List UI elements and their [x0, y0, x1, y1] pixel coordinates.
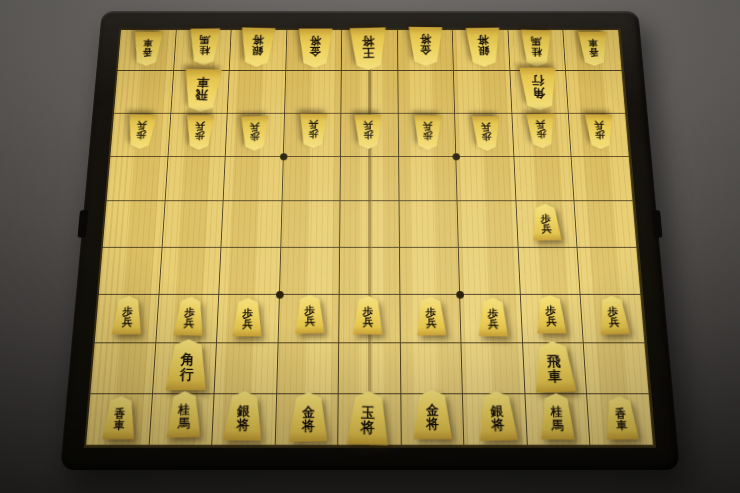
piece-9c-gote-pawn[interactable]: 歩兵 — [124, 114, 158, 149]
koma-face: 角行 — [163, 339, 210, 390]
piece-2e-sente-pawn[interactable]: 歩兵 — [529, 203, 563, 240]
piece-4g-sente-pawn[interactable]: 歩兵 — [414, 297, 448, 336]
piece-7i-sente-silver[interactable]: 銀将 — [221, 391, 266, 441]
koma-face: 桂馬 — [165, 391, 204, 438]
koma-kanji: 銀将 — [237, 404, 251, 431]
koma-kanji: 歩兵 — [308, 119, 319, 138]
koma-kanji: 角行 — [531, 75, 545, 99]
koma-face: 金将 — [407, 27, 445, 67]
piece-9i-sente-lance[interactable]: 香車 — [100, 396, 139, 439]
koma-kanji: 歩兵 — [184, 307, 196, 329]
koma-kanji: 歩兵 — [242, 308, 253, 330]
piece-2b-gote-bishop[interactable]: 角行 — [517, 68, 560, 111]
koma-face: 歩兵 — [172, 296, 208, 336]
koma-kanji: 香車 — [588, 38, 599, 56]
koma-face: 歩兵 — [239, 116, 270, 151]
piece-1c-gote-pawn[interactable]: 歩兵 — [584, 114, 617, 149]
koma-face: 桂馬 — [519, 29, 553, 66]
piece-5g-sente-pawn[interactable]: 歩兵 — [351, 296, 384, 335]
koma-kanji: 玉将 — [361, 405, 376, 435]
piece-2a-gote-knight[interactable]: 桂馬 — [519, 29, 553, 66]
koma-face: 歩兵 — [596, 295, 632, 335]
koma-kanji: 銀将 — [251, 35, 264, 57]
piece-9a-gote-lance[interactable]: 香車 — [130, 32, 165, 67]
koma-face: 歩兵 — [524, 113, 557, 148]
pieces-layer: 香車桂馬銀将金将王将金将銀将桂馬香車飛車角行歩兵歩兵歩兵歩兵歩兵歩兵歩兵歩兵歩兵… — [86, 30, 654, 446]
koma-kanji: 飛車 — [546, 354, 562, 383]
piece-8c-gote-pawn[interactable]: 歩兵 — [184, 115, 217, 149]
koma-kanji: 歩兵 — [535, 119, 547, 139]
shogi-board: 香車桂馬銀将金将王将金将銀将桂馬香車飛車角行歩兵歩兵歩兵歩兵歩兵歩兵歩兵歩兵歩兵… — [84, 29, 656, 448]
koma-kanji: 歩兵 — [305, 305, 316, 327]
piece-3a-gote-silver[interactable]: 銀将 — [463, 28, 503, 68]
piece-4c-gote-pawn[interactable]: 歩兵 — [412, 115, 443, 150]
piece-6a-gote-gold[interactable]: 金将 — [296, 29, 334, 68]
koma-face: 歩兵 — [184, 115, 217, 149]
koma-face: 銀将 — [221, 391, 266, 441]
piece-7g-sente-pawn[interactable]: 歩兵 — [231, 298, 265, 337]
piece-4i-sente-gold[interactable]: 金将 — [411, 390, 454, 439]
koma-kanji: 歩兵 — [363, 306, 374, 328]
koma-kanji: 香車 — [142, 38, 153, 56]
piece-6g-sente-pawn[interactable]: 歩兵 — [294, 295, 327, 335]
koma-kanji: 王将 — [362, 36, 375, 60]
koma-kanji: 歩兵 — [607, 306, 620, 328]
koma-kanji: 角行 — [179, 352, 194, 380]
koma-face: 歩兵 — [231, 298, 265, 337]
piece-9g-sente-pawn[interactable]: 歩兵 — [110, 296, 145, 335]
koma-kanji: 桂馬 — [178, 404, 191, 429]
koma-kanji: 歩兵 — [488, 308, 499, 330]
koma-face: 銀将 — [463, 28, 503, 68]
koma-kanji: 香車 — [615, 408, 628, 431]
koma-kanji: 飛車 — [195, 77, 209, 101]
koma-face: 桂馬 — [187, 28, 222, 65]
koma-face: 歩兵 — [353, 114, 384, 149]
koma-kanji: 歩兵 — [135, 120, 147, 140]
koma-face: 歩兵 — [124, 114, 158, 149]
piece-1g-sente-pawn[interactable]: 歩兵 — [596, 295, 632, 335]
piece-5i-sente-king[interactable]: 玉将 — [344, 390, 391, 445]
piece-7a-gote-silver[interactable]: 銀将 — [238, 27, 278, 67]
koma-face: 歩兵 — [294, 295, 327, 335]
koma-face: 金将 — [287, 392, 330, 442]
koma-kanji: 金将 — [426, 403, 439, 430]
koma-face: 銀将 — [238, 27, 278, 67]
piece-3i-sente-silver[interactable]: 銀将 — [474, 390, 519, 441]
board-frame: 香車桂馬銀将金将王将金将銀将桂馬香車飛車角行歩兵歩兵歩兵歩兵歩兵歩兵歩兵歩兵歩兵… — [60, 11, 680, 470]
koma-kanji: 桂馬 — [199, 35, 210, 55]
piece-2i-sente-knight[interactable]: 桂馬 — [537, 393, 576, 440]
piece-1i-sente-lance[interactable]: 香車 — [602, 396, 641, 440]
koma-kanji: 歩兵 — [545, 305, 557, 327]
koma-face: 歩兵 — [470, 116, 502, 150]
koma-face: 金将 — [411, 390, 454, 439]
koma-kanji: 香車 — [113, 408, 126, 431]
koma-kanji: 歩兵 — [250, 122, 260, 142]
koma-kanji: 歩兵 — [422, 121, 432, 141]
piece-3c-gote-pawn[interactable]: 歩兵 — [470, 116, 502, 150]
koma-kanji: 桂馬 — [531, 36, 542, 56]
koma-face: 飛車 — [180, 69, 224, 113]
koma-face: 香車 — [602, 396, 641, 440]
piece-8g-sente-pawn[interactable]: 歩兵 — [172, 296, 208, 336]
piece-6c-gote-pawn[interactable]: 歩兵 — [298, 113, 330, 148]
piece-2h-sente-rook[interactable]: 飛車 — [530, 341, 579, 393]
piece-8i-sente-knight[interactable]: 桂馬 — [165, 391, 204, 438]
piece-7c-gote-pawn[interactable]: 歩兵 — [239, 116, 270, 151]
koma-kanji: 歩兵 — [121, 306, 133, 328]
piece-5c-gote-pawn[interactable]: 歩兵 — [353, 114, 384, 149]
koma-face: 香車 — [100, 396, 139, 439]
koma-face: 歩兵 — [534, 295, 569, 334]
koma-kanji: 歩兵 — [594, 120, 605, 139]
koma-kanji: 歩兵 — [481, 122, 492, 141]
koma-face: 歩兵 — [414, 297, 448, 336]
koma-kanji: 歩兵 — [425, 307, 436, 329]
koma-kanji: 金将 — [420, 34, 431, 56]
koma-kanji: 金将 — [302, 405, 315, 432]
koma-face: 歩兵 — [298, 113, 330, 148]
koma-face: 香車 — [130, 32, 165, 67]
koma-kanji: 桂馬 — [550, 406, 563, 431]
koma-face: 金将 — [296, 29, 334, 68]
koma-face: 玉将 — [344, 390, 391, 445]
koma-face: 桂馬 — [537, 393, 576, 440]
koma-kanji: 金将 — [309, 36, 321, 58]
fold-hinge-left — [77, 210, 88, 237]
piece-1a-gote-lance[interactable]: 香車 — [577, 32, 611, 66]
koma-face: 歩兵 — [529, 203, 563, 240]
piece-3g-sente-pawn[interactable]: 歩兵 — [477, 297, 510, 337]
koma-face: 角行 — [517, 68, 560, 111]
piece-6i-sente-gold[interactable]: 金将 — [287, 392, 330, 442]
koma-face: 歩兵 — [351, 296, 384, 335]
koma-kanji: 歩兵 — [363, 120, 373, 139]
piece-8b-gote-rook[interactable]: 飛車 — [180, 69, 224, 113]
koma-face: 歩兵 — [412, 115, 443, 150]
koma-face: 香車 — [577, 32, 611, 66]
photo-background: 香車桂馬銀将金将王将金将銀将桂馬香車飛車角行歩兵歩兵歩兵歩兵歩兵歩兵歩兵歩兵歩兵… — [0, 0, 740, 493]
koma-kanji: 歩兵 — [195, 121, 206, 140]
koma-face: 歩兵 — [110, 296, 145, 335]
piece-4a-gote-gold[interactable]: 金将 — [407, 27, 445, 67]
koma-face: 飛車 — [530, 341, 579, 393]
fold-hinge-right — [652, 210, 663, 237]
koma-kanji: 銀将 — [490, 404, 505, 432]
koma-kanji: 歩兵 — [540, 213, 552, 234]
piece-2g-sente-pawn[interactable]: 歩兵 — [534, 295, 569, 334]
piece-2c-gote-pawn[interactable]: 歩兵 — [524, 113, 557, 148]
koma-face: 歩兵 — [477, 297, 510, 337]
koma-kanji: 銀将 — [477, 35, 490, 57]
piece-8h-sente-bishop[interactable]: 角行 — [163, 339, 210, 390]
piece-8a-gote-knight[interactable]: 桂馬 — [187, 28, 222, 65]
piece-5a-gote-king[interactable]: 王将 — [348, 27, 390, 70]
koma-face: 銀将 — [474, 390, 519, 441]
board-scene: 香車桂馬銀将金将王将金将銀将桂馬香車飛車角行歩兵歩兵歩兵歩兵歩兵歩兵歩兵歩兵歩兵… — [0, 0, 740, 493]
koma-face: 歩兵 — [584, 114, 617, 149]
koma-face: 王将 — [348, 27, 390, 70]
